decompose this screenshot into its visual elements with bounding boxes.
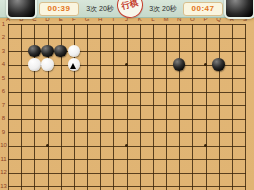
stamp-label: 行棋	[120, 0, 139, 13]
go-board[interactable]: ABCDEFGHIJKLMNOPQRS12345678910111213	[0, 17, 254, 190]
last-move-marker	[70, 63, 76, 69]
black-timer: 00:39	[39, 2, 79, 16]
white-player-avatar[interactable]	[224, 0, 254, 19]
white-stone-C4	[28, 58, 41, 71]
black-stone-N4	[173, 58, 186, 71]
black-byoyomi-label: 3次 20秒	[81, 0, 119, 17]
black-stone-D3	[41, 45, 54, 58]
go-game-screen: { "game": "go", "app": { "stamp_label": …	[0, 0, 254, 190]
move-stamp: 行棋	[114, 0, 146, 21]
white-stone-D4	[41, 58, 54, 71]
white-timer: 00:47	[183, 2, 223, 16]
white-byoyomi-label: 3次 20秒	[144, 0, 182, 17]
black-player-avatar[interactable]	[6, 0, 37, 19]
white-stone-F4	[68, 58, 81, 71]
black-stone-E3	[54, 45, 67, 58]
black-stone-Q4	[212, 58, 225, 71]
top-bar: 00:39 3次 20秒 行棋 3次 20秒 00:47	[0, 0, 254, 18]
board-grid[interactable]	[1, 17, 251, 190]
white-stone-F3	[68, 45, 81, 58]
black-stone-C3	[28, 45, 41, 58]
